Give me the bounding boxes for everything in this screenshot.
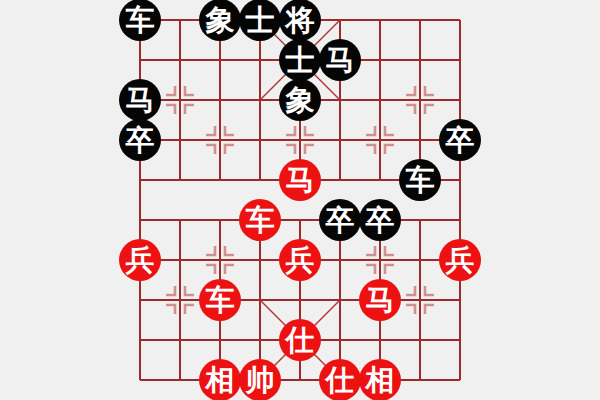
black-soldier[interactable]: 卒 — [359, 199, 401, 241]
red-horse[interactable]: 马 — [359, 279, 401, 321]
red-general[interactable]: 帅 — [239, 359, 281, 400]
black-soldier[interactable]: 卒 — [439, 119, 481, 161]
black-general[interactable]: 将 — [279, 0, 321, 41]
red-elephant[interactable]: 相 — [199, 359, 241, 400]
red-horse[interactable]: 马 — [279, 159, 321, 201]
black-elephant[interactable]: 象 — [199, 0, 241, 41]
xiangqi-board-screen: 车象士将士马马象卒卒马车车卒卒兵兵兵车马仕相帅仕相 — [0, 0, 600, 400]
black-horse[interactable]: 马 — [319, 39, 361, 81]
black-advisor[interactable]: 士 — [279, 39, 321, 81]
black-chariot[interactable]: 车 — [119, 0, 161, 41]
black-advisor[interactable]: 士 — [239, 0, 281, 41]
black-horse[interactable]: 马 — [119, 79, 161, 121]
red-soldier[interactable]: 兵 — [439, 239, 481, 281]
red-soldier[interactable]: 兵 — [119, 239, 161, 281]
red-advisor[interactable]: 仕 — [279, 319, 321, 361]
black-soldier[interactable]: 卒 — [119, 119, 161, 161]
black-soldier[interactable]: 卒 — [319, 199, 361, 241]
red-soldier[interactable]: 兵 — [279, 239, 321, 281]
black-chariot[interactable]: 车 — [399, 159, 441, 201]
red-chariot[interactable]: 车 — [239, 199, 281, 241]
red-elephant[interactable]: 相 — [359, 359, 401, 400]
red-chariot[interactable]: 车 — [199, 279, 241, 321]
piece-layer: 车象士将士马马象卒卒马车车卒卒兵兵兵车马仕相帅仕相 — [0, 0, 600, 400]
black-elephant[interactable]: 象 — [279, 79, 321, 121]
red-advisor[interactable]: 仕 — [319, 359, 361, 400]
